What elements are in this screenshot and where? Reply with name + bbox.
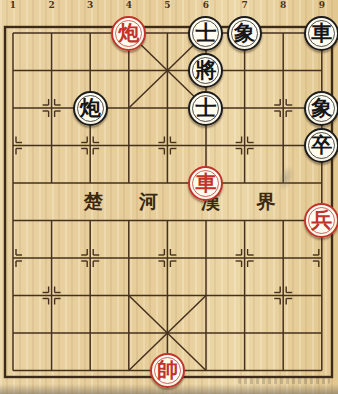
board-point-3-9[interactable] <box>71 314 110 352</box>
board-point-6-6[interactable] <box>187 202 226 240</box>
board-point-7-3[interactable] <box>225 89 264 127</box>
board-point-8-5[interactable] <box>264 164 303 202</box>
board-point-3-6[interactable] <box>71 202 110 240</box>
board-point-5-8[interactable] <box>148 277 187 315</box>
board-point-6-5[interactable]: 車 <box>187 164 226 202</box>
board-point-2-10[interactable] <box>32 352 71 390</box>
board-point-2-3[interactable] <box>32 89 71 127</box>
red-chariot[interactable]: 車 <box>188 166 223 201</box>
board-point-6-4[interactable] <box>187 127 226 165</box>
board-point-8-7[interactable] <box>264 239 303 277</box>
board-point-9-4[interactable]: 卒 <box>302 127 338 165</box>
board-point-7-4[interactable] <box>225 127 264 165</box>
red-general[interactable]: 帥 <box>150 353 185 388</box>
board-point-8-9[interactable] <box>264 314 303 352</box>
board-point-2-2[interactable] <box>32 52 71 90</box>
board-point-2-7[interactable] <box>32 239 71 277</box>
board-point-9-8[interactable] <box>302 277 338 315</box>
board-point-4-4[interactable] <box>109 127 148 165</box>
board-point-6-10[interactable] <box>187 352 226 390</box>
column-label-9: 9 <box>319 0 325 11</box>
board-point-2-6[interactable] <box>32 202 71 240</box>
column-label-1: 1 <box>10 0 16 11</box>
black-general[interactable]: 將 <box>188 53 223 88</box>
board-point-9-3[interactable]: 象 <box>302 89 338 127</box>
black-chariot[interactable]: 車 <box>304 16 338 51</box>
board-point-9-10[interactable] <box>302 352 338 390</box>
board-point-1-2[interactable] <box>0 52 32 90</box>
board-point-1-4[interactable] <box>0 127 32 165</box>
board-point-5-2[interactable] <box>148 52 187 90</box>
board-point-6-9[interactable] <box>187 314 226 352</box>
board-point-3-10[interactable] <box>71 352 110 390</box>
board-point-3-7[interactable] <box>71 239 110 277</box>
black-advisor[interactable]: 士 <box>188 91 223 126</box>
board-point-1-7[interactable] <box>0 239 32 277</box>
column-label-7: 7 <box>241 0 247 11</box>
board-point-1-5[interactable] <box>0 164 32 202</box>
board-point-7-7[interactable] <box>225 239 264 277</box>
board-point-6-7[interactable] <box>187 239 226 277</box>
black-elephant[interactable]: 象 <box>227 16 262 51</box>
red-soldier[interactable]: 兵 <box>304 203 338 238</box>
column-label-5: 5 <box>164 0 170 11</box>
board-point-3-4[interactable] <box>71 127 110 165</box>
black-soldier[interactable]: 卒 <box>304 128 338 163</box>
board-point-6-1[interactable]: 士 <box>187 14 226 52</box>
board-point-4-2[interactable] <box>109 52 148 90</box>
board-point-4-8[interactable] <box>109 277 148 315</box>
board-point-7-2[interactable] <box>225 52 264 90</box>
board-point-8-2[interactable] <box>264 52 303 90</box>
board-point-3-8[interactable] <box>71 277 110 315</box>
black-advisor[interactable]: 士 <box>188 16 223 51</box>
board-point-9-1[interactable]: 車 <box>302 14 338 52</box>
board-point-5-4[interactable] <box>148 127 187 165</box>
board-point-7-1[interactable]: 象 <box>225 14 264 52</box>
board-point-8-3[interactable] <box>264 89 303 127</box>
black-cannon[interactable]: 炮 <box>73 91 108 126</box>
board-point-5-6[interactable] <box>148 202 187 240</box>
board-point-4-3[interactable] <box>109 89 148 127</box>
board-point-9-6[interactable]: 兵 <box>302 202 338 240</box>
board-point-1-6[interactable] <box>0 202 32 240</box>
column-label-8: 8 <box>280 0 286 11</box>
board-point-4-7[interactable] <box>109 239 148 277</box>
board-point-1-3[interactable] <box>0 89 32 127</box>
board-point-2-5[interactable] <box>32 164 71 202</box>
column-label-3: 3 <box>87 0 93 11</box>
board-point-3-3[interactable]: 炮 <box>71 89 110 127</box>
board-point-1-10[interactable] <box>0 352 32 390</box>
board-point-5-10[interactable]: 帥 <box>148 352 187 390</box>
board-point-5-5[interactable] <box>148 164 187 202</box>
board-point-2-1[interactable] <box>32 14 71 52</box>
black-elephant[interactable]: 象 <box>304 91 338 126</box>
board-point-2-4[interactable] <box>32 127 71 165</box>
board-point-7-6[interactable] <box>225 202 264 240</box>
board-point-5-3[interactable] <box>148 89 187 127</box>
board-point-1-9[interactable] <box>0 314 32 352</box>
board-point-7-5[interactable] <box>225 164 264 202</box>
board-point-8-1[interactable] <box>264 14 303 52</box>
board-point-7-9[interactable] <box>225 314 264 352</box>
board-point-9-2[interactable] <box>302 52 338 90</box>
board-point-6-3[interactable]: 士 <box>187 89 226 127</box>
board-point-8-8[interactable] <box>264 277 303 315</box>
board-point-3-5[interactable] <box>71 164 110 202</box>
board-point-3-2[interactable] <box>71 52 110 90</box>
board-point-6-8[interactable] <box>187 277 226 315</box>
board-point-1-8[interactable] <box>0 277 32 315</box>
board-point-8-6[interactable] <box>264 202 303 240</box>
board-point-9-5[interactable] <box>302 164 338 202</box>
board-point-1-1[interactable] <box>0 14 32 52</box>
column-label-2: 2 <box>48 0 54 11</box>
board-point-4-9[interactable] <box>109 314 148 352</box>
board-point-9-9[interactable] <box>302 314 338 352</box>
board-point-7-10[interactable] <box>225 352 264 390</box>
column-label-4: 4 <box>126 0 132 11</box>
board-point-9-7[interactable] <box>302 239 338 277</box>
red-cannon[interactable]: 炮 <box>111 16 146 51</box>
board-point-5-7[interactable] <box>148 239 187 277</box>
board-point-8-10[interactable] <box>264 352 303 390</box>
board-point-5-9[interactable] <box>148 314 187 352</box>
board-point-2-8[interactable] <box>32 277 71 315</box>
board-point-3-1[interactable] <box>71 14 110 52</box>
column-label-6: 6 <box>203 0 209 11</box>
board-point-2-9[interactable] <box>32 314 71 352</box>
board-point-4-10[interactable] <box>109 352 148 390</box>
board-point-5-1[interactable] <box>148 14 187 52</box>
board-point-7-8[interactable] <box>225 277 264 315</box>
board-point-4-6[interactable] <box>109 202 148 240</box>
board-grid: 炮士象車將炮士象卒車兵帥 <box>0 14 338 389</box>
board-point-4-5[interactable] <box>109 164 148 202</box>
board-point-8-4[interactable] <box>264 127 303 165</box>
xiangqi-board: 123456789 楚 河 漢 界 炮士象車將炮士象卒車兵帥 <box>0 0 338 394</box>
board-point-4-1[interactable]: 炮 <box>109 14 148 52</box>
board-point-6-2[interactable]: 將 <box>187 52 226 90</box>
